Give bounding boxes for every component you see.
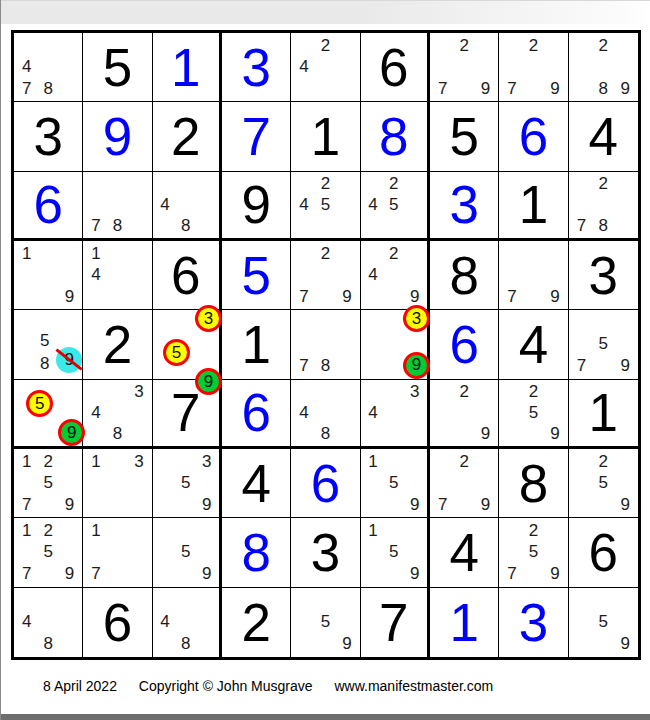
- cell-r4c5[interactable]: 279: [291, 241, 360, 310]
- cell-r8c9[interactable]: 6: [569, 518, 638, 587]
- cell-r2c4[interactable]: 7: [222, 102, 291, 171]
- candidate-digit: 9: [404, 494, 425, 515]
- pencil-grid: 159: [363, 451, 425, 515]
- candidate-digit: 5: [37, 472, 58, 493]
- cell-r6c7[interactable]: 29: [430, 380, 499, 449]
- cell-r1c6[interactable]: 6: [361, 33, 430, 102]
- candidate-digit: 7: [571, 215, 593, 236]
- candidate-digit: 9: [196, 563, 217, 584]
- candidate-digit: 2: [383, 243, 404, 264]
- cell-r1c4[interactable]: 3: [222, 33, 291, 102]
- cell-r8c4[interactable]: 8: [222, 518, 291, 587]
- pencil-grid: 12579: [16, 451, 80, 515]
- given-digit: 9: [241, 178, 270, 231]
- candidate-digit: 3: [128, 382, 149, 403]
- pencil-grid: 48: [155, 590, 217, 655]
- solved-digit: 8: [379, 110, 408, 163]
- cell-r2c8[interactable]: 6: [499, 102, 568, 171]
- cell-r7c7[interactable]: 279: [430, 449, 499, 518]
- cell-r8c6[interactable]: 159: [361, 518, 430, 587]
- cell-r2c6[interactable]: 8: [361, 102, 430, 171]
- cell-r7c6[interactable]: 159: [361, 449, 430, 518]
- cell-r2c3[interactable]: 2: [153, 102, 222, 171]
- cell-r3c6[interactable]: 245: [361, 172, 430, 241]
- pencil-grid: 348: [85, 382, 149, 444]
- given-digit: 7: [171, 386, 200, 439]
- given-digit: 1: [589, 386, 618, 439]
- candidate-digit: 8: [37, 78, 58, 99]
- candidate-digit: 9: [544, 423, 565, 444]
- pencil-grid: 159: [363, 520, 425, 584]
- cell-r5c1[interactable]: 589: [14, 310, 83, 379]
- cell-r3c2[interactable]: 78: [83, 172, 152, 241]
- candidate-digit: 4: [85, 264, 106, 285]
- given-digit: 4: [589, 110, 618, 163]
- candidate-digit: 3: [404, 382, 425, 403]
- cell-r9c4[interactable]: 2: [222, 588, 291, 657]
- candidate-digit: 3: [196, 451, 217, 472]
- cell-r3c5[interactable]: 245: [291, 172, 360, 241]
- pencil-grid: 359: [155, 451, 217, 515]
- candidate-digit: 8: [315, 423, 336, 444]
- candidate-digit: 4: [363, 264, 384, 285]
- candidate-digit: 4: [155, 611, 176, 633]
- candidate-digit: 7: [293, 355, 314, 376]
- candidate-digit: 1: [16, 451, 37, 472]
- candidate-digit: 1: [85, 451, 106, 472]
- candidate-digit: 2: [315, 35, 336, 56]
- cell-r6c1[interactable]: 59: [14, 380, 83, 449]
- candidate-digit: 8: [592, 215, 614, 236]
- given-digit: 4: [449, 526, 478, 579]
- candidate-digit: 9: [59, 563, 80, 584]
- cell-r3c7[interactable]: 3: [430, 172, 499, 241]
- candidate-digit: 9: [475, 423, 496, 444]
- cell-r7c3[interactable]: 359: [153, 449, 222, 518]
- candidate-digit: 9: [475, 494, 496, 515]
- cell-r4c9[interactable]: 3: [569, 241, 638, 310]
- window-bottom-bar: [1, 714, 650, 720]
- candidate-digit: 7: [16, 78, 37, 99]
- candidate-digit: 7: [85, 215, 106, 236]
- candidate-digit: 1: [16, 520, 37, 541]
- cell-r8c7[interactable]: 4: [430, 518, 499, 587]
- cell-r5c5[interactable]: 78: [291, 310, 360, 379]
- given-digit: 2: [103, 318, 132, 371]
- cell-r1c7[interactable]: 279: [430, 33, 499, 102]
- cell-r8c1[interactable]: 12579: [14, 518, 83, 587]
- solved-digit: 8: [241, 526, 270, 579]
- given-digit: 5: [103, 41, 132, 94]
- cell-r3c4[interactable]: 9: [222, 172, 291, 241]
- candidate-digit: 8: [35, 351, 54, 377]
- candidate-digit: 4: [363, 194, 384, 215]
- solved-digit: 5: [241, 249, 270, 302]
- cell-r2c5[interactable]: 1: [291, 102, 360, 171]
- cell-r1c8[interactable]: 279: [499, 33, 568, 102]
- cell-r3c8[interactable]: 1: [499, 172, 568, 241]
- pencil-grid: 39: [363, 312, 425, 376]
- solved-digit: 1: [171, 41, 200, 94]
- cell-r4c3[interactable]: 6: [153, 241, 222, 310]
- given-digit: 8: [519, 457, 548, 510]
- cell-r1c5[interactable]: 24: [291, 33, 360, 102]
- candidate-digit: 9: [614, 494, 636, 515]
- given-digit: 3: [311, 526, 340, 579]
- candidate-digit: 5: [592, 472, 614, 493]
- cell-r1c1[interactable]: 478: [14, 33, 83, 102]
- pencil-grid: 59: [155, 520, 217, 584]
- candidate-digit: 9: [196, 494, 217, 515]
- candidate-digit: 8: [175, 215, 196, 236]
- pencil-grid: 249: [363, 243, 425, 307]
- eliminated-candidate-circle: 9: [56, 347, 82, 373]
- cell-r7c2[interactable]: 13: [83, 449, 152, 518]
- pencil-grid: 259: [501, 382, 565, 444]
- candidate-digit: 9: [614, 633, 636, 655]
- candidate-digit: 2: [383, 174, 404, 195]
- cell-r3c1[interactable]: 6: [14, 172, 83, 241]
- pencil-grid: 589: [16, 312, 80, 376]
- solved-digit: 7: [241, 110, 270, 163]
- given-digit: 1: [241, 318, 270, 371]
- candidate-digit: 4: [293, 402, 314, 423]
- candidate-digit: 7: [293, 286, 314, 307]
- solved-digit: 3: [449, 178, 478, 231]
- footer-copyright: Copyright © John Musgrave: [139, 678, 313, 694]
- cell-r6c6[interactable]: 34: [361, 380, 430, 449]
- candidate-digit: 2: [523, 35, 544, 56]
- pencil-grid: 48: [16, 590, 80, 655]
- cell-r7c9[interactable]: 259: [569, 449, 638, 518]
- candidate-digit: 7: [16, 563, 37, 584]
- candidate-digit: 9: [404, 286, 425, 307]
- candidate-digit: 8: [107, 423, 128, 444]
- sudoku-grid: 4785132462792792893927185646784892452453…: [11, 30, 641, 660]
- pencil-grid: 34: [363, 382, 425, 444]
- solved-digit: 6: [311, 457, 340, 510]
- candidate-digit: 2: [453, 451, 474, 472]
- cell-r9c1[interactable]: 48: [14, 588, 83, 657]
- candidate-digit: 7: [501, 286, 522, 307]
- cell-r9c9[interactable]: 59: [569, 588, 638, 657]
- given-digit: 3: [33, 110, 62, 163]
- pencil-grid: 245: [363, 174, 425, 236]
- candidate-digit: 2: [592, 35, 614, 56]
- candidate-digit: 9: [404, 563, 425, 584]
- pencil-grid: 279: [501, 35, 565, 99]
- cell-r5c9[interactable]: 579: [569, 310, 638, 379]
- candidate-digit: 5: [523, 402, 544, 423]
- candidate-digit: 5: [175, 542, 196, 563]
- candidate-digit: 2: [592, 174, 614, 195]
- cell-r7c8[interactable]: 8: [499, 449, 568, 518]
- given-digit: 7: [379, 596, 408, 649]
- cell-r5c4[interactable]: 1: [222, 310, 291, 379]
- solved-digit: 3: [241, 41, 270, 94]
- pencil-grid: 279: [432, 451, 496, 515]
- candidate-digit: 7: [571, 355, 593, 376]
- candidate-digit: 2: [453, 382, 474, 403]
- cell-r2c2[interactable]: 9: [83, 102, 152, 171]
- highlight-circle-yellow: 5: [26, 390, 53, 417]
- pencil-grid: 278: [571, 174, 636, 236]
- cell-r6c4[interactable]: 6: [222, 380, 291, 449]
- candidate-digit: 4: [16, 611, 37, 633]
- given-digit: 4: [241, 457, 270, 510]
- highlight-circle-yellow: 3: [403, 305, 430, 332]
- cell-r9c5[interactable]: 59: [291, 588, 360, 657]
- pencil-grid: 78: [293, 312, 357, 376]
- candidate-digit: 7: [16, 494, 37, 515]
- candidate-digit: 1: [85, 520, 106, 541]
- candidate-digit: 5: [383, 472, 404, 493]
- window-top-bar: [1, 0, 650, 24]
- pencil-grid: 59: [571, 590, 636, 655]
- solved-digit: 3: [519, 596, 548, 649]
- candidate-digit: 8: [175, 633, 196, 655]
- pencil-grid: 48: [155, 174, 217, 236]
- pencil-grid: 359: [155, 312, 217, 376]
- cell-r2c1[interactable]: 3: [14, 102, 83, 171]
- candidate-digit: 4: [155, 194, 176, 215]
- candidate-digit: 2: [523, 520, 544, 541]
- cell-r2c9[interactable]: 4: [569, 102, 638, 171]
- cell-r6c8[interactable]: 259: [499, 380, 568, 449]
- candidate-digit: 5: [523, 542, 544, 563]
- cell-r7c5[interactable]: 6: [291, 449, 360, 518]
- candidate-digit: 4: [293, 56, 314, 77]
- pencil-grid: 24: [293, 35, 357, 99]
- candidate-digit: 2: [315, 174, 336, 195]
- pencil-grid: 12579: [16, 520, 80, 584]
- candidate-digit: 7: [85, 563, 106, 584]
- cell-r4c6[interactable]: 249: [361, 241, 430, 310]
- cell-r6c9[interactable]: 1: [569, 380, 638, 449]
- given-digit: 2: [171, 110, 200, 163]
- pencil-grid: 17: [85, 520, 149, 584]
- candidate-digit: 7: [432, 494, 453, 515]
- candidate-digit: 9: [336, 633, 357, 655]
- footer-date: 8 April 2022: [43, 678, 117, 694]
- candidate-digit: 5: [592, 611, 614, 633]
- candidate-digit: 5: [383, 194, 404, 215]
- cell-r8c5[interactable]: 3: [291, 518, 360, 587]
- highlight-circle-green: 9: [403, 352, 430, 379]
- candidate-digit: 8: [592, 78, 614, 99]
- pencil-grid: 59: [16, 382, 80, 444]
- solved-digit: 1: [449, 596, 478, 649]
- cell-r1c2[interactable]: 5: [83, 33, 152, 102]
- candidate-digit: 1: [363, 520, 384, 541]
- footer-website: www.manifestmaster.com: [334, 678, 493, 694]
- cell-r3c3[interactable]: 48: [153, 172, 222, 241]
- pencil-grid: 478: [16, 35, 80, 99]
- cell-r4c4[interactable]: 5: [222, 241, 291, 310]
- candidate-digit: 1: [16, 243, 37, 264]
- cell-r7c1[interactable]: 12579: [14, 449, 83, 518]
- candidate-digit: 4: [16, 56, 37, 77]
- candidate-digit: 9: [544, 286, 565, 307]
- candidate-digit: 3: [128, 451, 149, 472]
- solved-digit: 6: [33, 178, 62, 231]
- cell-r8c3[interactable]: 59: [153, 518, 222, 587]
- candidate-digit: 7: [501, 563, 522, 584]
- candidate-digit: 8: [37, 633, 58, 655]
- pencil-grid: 48: [293, 382, 357, 444]
- cell-r9c7[interactable]: 1: [430, 588, 499, 657]
- candidate-digit: 2: [453, 35, 474, 56]
- candidate-digit: 5: [315, 611, 336, 633]
- candidate-digit: 2: [37, 451, 58, 472]
- highlight-circle-green: 9: [195, 368, 222, 395]
- pencil-grid: 279: [432, 35, 496, 99]
- given-digit: 6: [103, 596, 132, 649]
- highlight-circle-yellow: 5: [163, 339, 190, 366]
- candidate-digit: 9: [614, 355, 636, 376]
- pencil-grid: 289: [571, 35, 636, 99]
- pencil-grid: 245: [293, 174, 357, 236]
- pencil-grid: 14: [85, 243, 149, 307]
- candidate-digit: 7: [501, 78, 522, 99]
- candidate-digit: 5: [383, 542, 404, 563]
- candidate-digit: 9: [59, 494, 80, 515]
- cell-r7c4[interactable]: 4: [222, 449, 291, 518]
- candidate-digit: 5: [37, 542, 58, 563]
- candidate-digit: 9: [475, 78, 496, 99]
- candidate-digit: 9: [336, 286, 357, 307]
- highlight-circle-yellow: 3: [195, 305, 222, 332]
- candidate-digit: 9: [544, 78, 565, 99]
- cell-r4c7[interactable]: 8: [430, 241, 499, 310]
- pencil-grid: 78: [85, 174, 149, 236]
- candidate-digit: 1: [85, 243, 106, 264]
- given-digit: 8: [449, 249, 478, 302]
- cell-r5c7[interactable]: 6: [430, 310, 499, 379]
- candidate-digit: 2: [523, 382, 544, 403]
- highlight-circle-green: 9: [58, 419, 85, 446]
- cell-r3c9[interactable]: 278: [569, 172, 638, 241]
- cell-r5c3[interactable]: 359: [153, 310, 222, 379]
- candidate-digit: 5: [35, 331, 54, 351]
- pencil-grid: 259: [571, 451, 636, 515]
- candidate-digit: 4: [363, 402, 384, 423]
- given-digit: 1: [311, 110, 340, 163]
- pencil-grid: 579: [571, 312, 636, 376]
- given-digit: 4: [519, 318, 548, 371]
- pencil-grid: 29: [432, 382, 496, 444]
- cell-r6c2[interactable]: 348: [83, 380, 152, 449]
- candidate-digit: 9: [614, 78, 636, 99]
- candidate-digit: 1: [363, 451, 384, 472]
- cell-r1c3[interactable]: 1: [153, 33, 222, 102]
- candidate-digit: 8: [315, 355, 336, 376]
- candidate-digit: 4: [293, 194, 314, 215]
- candidate-digit: 9: [544, 563, 565, 584]
- cell-r9c8[interactable]: 3: [499, 588, 568, 657]
- candidate-digit: 5: [175, 472, 196, 493]
- candidate-digit: 5: [592, 334, 614, 355]
- solved-digit: 6: [241, 386, 270, 439]
- solved-digit: 6: [449, 318, 478, 371]
- given-digit: 1: [519, 178, 548, 231]
- solved-digit: 6: [519, 110, 548, 163]
- cell-r4c2[interactable]: 14: [83, 241, 152, 310]
- given-digit: 6: [171, 249, 200, 302]
- given-digit: 2: [241, 596, 270, 649]
- cell-r5c6[interactable]: 39: [361, 310, 430, 379]
- pencil-grid: 19: [16, 243, 80, 307]
- pencil-grid: 279: [293, 243, 357, 307]
- candidate-digit: 2: [592, 451, 614, 472]
- cell-r4c1[interactable]: 19: [14, 241, 83, 310]
- cell-r9c2[interactable]: 6: [83, 588, 152, 657]
- candidate-digit: 9: [59, 286, 80, 307]
- given-digit: 6: [589, 526, 618, 579]
- solved-digit: 9: [103, 110, 132, 163]
- cell-r8c2[interactable]: 17: [83, 518, 152, 587]
- candidate-digit: 5: [315, 194, 336, 215]
- cell-r9c3[interactable]: 48: [153, 588, 222, 657]
- cell-r8c8[interactable]: 2579: [499, 518, 568, 587]
- footer: 8 April 2022 Copyright © John Musgrave w…: [43, 678, 493, 694]
- candidate-digit: 7: [432, 78, 453, 99]
- given-digit: 3: [589, 249, 618, 302]
- cell-r2c7[interactable]: 5: [430, 102, 499, 171]
- cell-r1c9[interactable]: 289: [569, 33, 638, 102]
- candidate-digit: 2: [37, 520, 58, 541]
- pencil-grid: 2579: [501, 520, 565, 584]
- candidate-digit: 4: [85, 402, 106, 423]
- cell-r4c8[interactable]: 79: [499, 241, 568, 310]
- candidate-digit: 2: [315, 243, 336, 264]
- cell-r9c6[interactable]: 7: [361, 588, 430, 657]
- cell-r5c2[interactable]: 2: [83, 310, 152, 379]
- given-digit: 5: [449, 110, 478, 163]
- given-digit: 6: [379, 41, 408, 94]
- pencil-grid: 59: [293, 590, 357, 655]
- candidate-digit: 8: [107, 215, 128, 236]
- cell-r6c5[interactable]: 48: [291, 380, 360, 449]
- pencil-grid: 79: [501, 243, 565, 307]
- cell-r5c8[interactable]: 4: [499, 310, 568, 379]
- pencil-grid: 13: [85, 451, 149, 515]
